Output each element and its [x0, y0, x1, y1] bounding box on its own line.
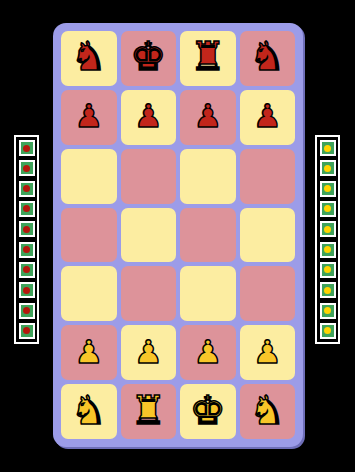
red-tray-dot-icon — [23, 246, 30, 253]
yellow-tray-slot — [320, 181, 336, 197]
board-square-d6[interactable]: ♟ — [240, 90, 296, 145]
red-tray-slot — [19, 181, 35, 197]
red-tray-dot-icon — [23, 266, 30, 273]
board-square-c5[interactable] — [180, 149, 236, 204]
board-square-d3[interactable] — [240, 266, 296, 321]
red-knight[interactable]: ♞ — [249, 36, 285, 76]
red-tray-slot — [19, 242, 35, 258]
red-pawn[interactable]: ♟ — [74, 100, 103, 132]
board-square-b1[interactable]: ♜ — [121, 384, 177, 439]
board-square-a4[interactable] — [61, 208, 117, 263]
yellow-tray-slot — [320, 242, 336, 258]
yellow-tray-dot-icon — [324, 287, 331, 294]
yellow-tray-dot-icon — [324, 205, 331, 212]
yellow-king[interactable]: ♚ — [190, 390, 226, 430]
board-square-b5[interactable] — [121, 149, 177, 204]
yellow-tray-dot-icon — [324, 266, 331, 273]
yellow-tray-slot — [320, 221, 336, 237]
yellow-tray-slot — [320, 160, 336, 176]
red-tray-dot-icon — [23, 327, 30, 334]
red-king[interactable]: ♚ — [130, 36, 166, 76]
yellow-tray-slot — [320, 323, 336, 339]
red-tray-slot — [19, 303, 35, 319]
game-screen: ♞♚♜♞♟♟♟♟♟♟♟♟♞♜♚♞ — [0, 0, 355, 472]
red-tray-dot-icon — [23, 165, 30, 172]
red-tray-slot — [19, 201, 35, 217]
red-tray-slot — [19, 323, 35, 339]
red-tray-slot — [19, 221, 35, 237]
yellow-tray-slot — [320, 201, 336, 217]
yellow-tray-slot — [320, 262, 336, 278]
board-square-d4[interactable] — [240, 208, 296, 263]
yellow-tray-dot-icon — [324, 185, 331, 192]
yellow-pawn[interactable]: ♟ — [74, 336, 103, 368]
yellow-tray-slot — [320, 140, 336, 156]
chess-board: ♞♚♜♞♟♟♟♟♟♟♟♟♞♜♚♞ — [53, 23, 303, 447]
board-square-c2[interactable]: ♟ — [180, 325, 236, 380]
board-square-d2[interactable]: ♟ — [240, 325, 296, 380]
red-pawn[interactable]: ♟ — [253, 100, 282, 132]
board-square-b3[interactable] — [121, 266, 177, 321]
yellow-knight[interactable]: ♞ — [249, 390, 285, 430]
yellow-pawn[interactable]: ♟ — [134, 336, 163, 368]
board-square-b6[interactable]: ♟ — [121, 90, 177, 145]
yellow-tray-dot-icon — [324, 327, 331, 334]
red-knight[interactable]: ♞ — [71, 36, 107, 76]
red-tray-dot-icon — [23, 185, 30, 192]
yellow-pawn[interactable]: ♟ — [193, 336, 222, 368]
yellow-knight[interactable]: ♞ — [71, 390, 107, 430]
board-square-d1[interactable]: ♞ — [240, 384, 296, 439]
board-square-d5[interactable] — [240, 149, 296, 204]
board-square-b2[interactable]: ♟ — [121, 325, 177, 380]
board-square-c1[interactable]: ♚ — [180, 384, 236, 439]
board-square-a1[interactable]: ♞ — [61, 384, 117, 439]
board-square-c6[interactable]: ♟ — [180, 90, 236, 145]
board-square-d7[interactable]: ♞ — [240, 31, 296, 86]
board-square-a2[interactable]: ♟ — [61, 325, 117, 380]
yellow-tray-dot-icon — [324, 307, 331, 314]
board-square-a6[interactable]: ♟ — [61, 90, 117, 145]
board-square-a3[interactable] — [61, 266, 117, 321]
yellow-tray-dot-icon — [324, 145, 331, 152]
board-square-c3[interactable] — [180, 266, 236, 321]
red-tray-dot-icon — [23, 145, 30, 152]
yellow-piece-tray — [315, 135, 340, 344]
yellow-tray-dot-icon — [324, 226, 331, 233]
red-pawn[interactable]: ♟ — [193, 100, 222, 132]
red-tray-slot — [19, 140, 35, 156]
yellow-tray-dot-icon — [324, 165, 331, 172]
board-square-a7[interactable]: ♞ — [61, 31, 117, 86]
board-square-c7[interactable]: ♜ — [180, 31, 236, 86]
yellow-rook[interactable]: ♜ — [130, 390, 166, 430]
red-rook[interactable]: ♜ — [190, 36, 226, 76]
yellow-pawn[interactable]: ♟ — [253, 336, 282, 368]
red-tray-dot-icon — [23, 307, 30, 314]
red-pawn[interactable]: ♟ — [134, 100, 163, 132]
red-tray-dot-icon — [23, 205, 30, 212]
yellow-tray-dot-icon — [324, 246, 331, 253]
red-piece-tray — [14, 135, 39, 344]
red-tray-slot — [19, 160, 35, 176]
red-tray-dot-icon — [23, 226, 30, 233]
board-square-b4[interactable] — [121, 208, 177, 263]
board-square-a5[interactable] — [61, 149, 117, 204]
red-tray-slot — [19, 262, 35, 278]
yellow-tray-slot — [320, 303, 336, 319]
red-tray-slot — [19, 282, 35, 298]
board-square-c4[interactable] — [180, 208, 236, 263]
yellow-tray-slot — [320, 282, 336, 298]
red-tray-dot-icon — [23, 287, 30, 294]
board-square-b7[interactable]: ♚ — [121, 31, 177, 86]
